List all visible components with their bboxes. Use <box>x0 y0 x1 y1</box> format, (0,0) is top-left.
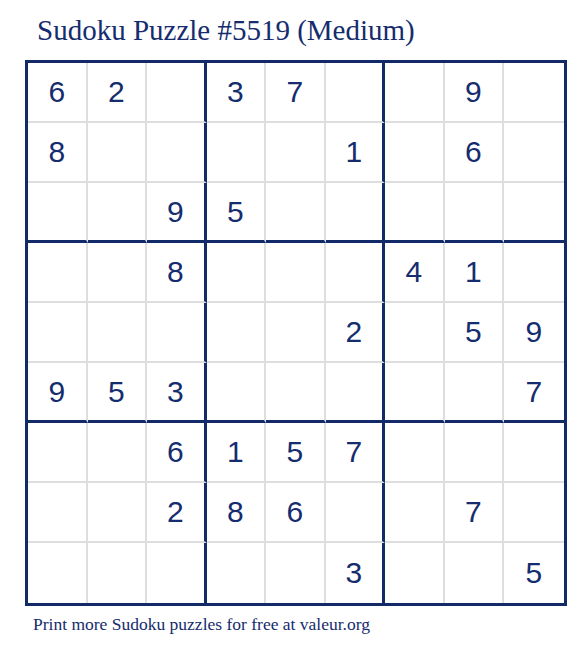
sudoku-cell-empty <box>88 123 148 183</box>
sudoku-cell-empty <box>385 363 445 423</box>
sudoku-cell-given: 1 <box>326 123 386 183</box>
sudoku-cell-given: 8 <box>147 243 207 303</box>
sudoku-cell-empty <box>207 303 267 363</box>
sudoku-cell-given: 2 <box>147 483 207 543</box>
sudoku-cell-empty <box>504 423 564 483</box>
sudoku-cell-empty <box>28 543 88 603</box>
sudoku-cell-empty <box>445 543 505 603</box>
sudoku-cell-empty <box>28 183 88 243</box>
sudoku-cell-empty <box>266 363 326 423</box>
sudoku-cell-given: 9 <box>147 183 207 243</box>
sudoku-cell-given: 6 <box>266 483 326 543</box>
sudoku-cell-empty <box>445 183 505 243</box>
sudoku-cell-empty <box>385 183 445 243</box>
sudoku-cell-empty <box>88 243 148 303</box>
sudoku-page: Sudoku Puzzle #5519 (Medium) 62379816958… <box>0 0 574 651</box>
sudoku-board: 623798169584125995376157286735 <box>25 60 567 606</box>
sudoku-cell-given: 8 <box>207 483 267 543</box>
sudoku-cell-empty <box>266 123 326 183</box>
sudoku-cell-given: 9 <box>28 363 88 423</box>
sudoku-cell-given: 2 <box>326 303 386 363</box>
sudoku-cell-empty <box>147 123 207 183</box>
sudoku-cell-given: 3 <box>207 63 267 123</box>
sudoku-cell-given: 3 <box>326 543 386 603</box>
sudoku-cell-given: 4 <box>385 243 445 303</box>
sudoku-cell-empty <box>207 243 267 303</box>
page-title: Sudoku Puzzle #5519 (Medium) <box>37 13 415 48</box>
sudoku-cell-empty <box>28 423 88 483</box>
sudoku-cell-empty <box>28 303 88 363</box>
sudoku-cell-empty <box>88 183 148 243</box>
sudoku-cell-given: 7 <box>445 483 505 543</box>
sudoku-cell-given: 6 <box>28 63 88 123</box>
sudoku-cell-empty <box>326 183 386 243</box>
footer-text: Print more Sudoku puzzles for free at va… <box>33 614 370 635</box>
sudoku-cell-given: 7 <box>504 363 564 423</box>
sudoku-cell-given: 5 <box>88 363 148 423</box>
sudoku-cell-empty <box>504 483 564 543</box>
sudoku-cell-empty <box>266 543 326 603</box>
sudoku-cell-empty <box>147 303 207 363</box>
sudoku-cell-given: 6 <box>445 123 505 183</box>
sudoku-cell-empty <box>266 303 326 363</box>
sudoku-cell-given: 5 <box>504 543 564 603</box>
sudoku-cell-given: 3 <box>147 363 207 423</box>
sudoku-cell-empty <box>326 363 386 423</box>
sudoku-cell-empty <box>385 303 445 363</box>
sudoku-cell-empty <box>88 303 148 363</box>
sudoku-cell-empty <box>385 123 445 183</box>
sudoku-cell-empty <box>147 543 207 603</box>
sudoku-cell-given: 7 <box>266 63 326 123</box>
sudoku-cell-given: 1 <box>207 423 267 483</box>
sudoku-cell-empty <box>88 543 148 603</box>
sudoku-cell-empty <box>385 423 445 483</box>
sudoku-cell-empty <box>445 423 505 483</box>
sudoku-cell-empty <box>385 483 445 543</box>
sudoku-cell-empty <box>28 243 88 303</box>
sudoku-cell-empty <box>504 123 564 183</box>
sudoku-cell-empty <box>88 423 148 483</box>
sudoku-cell-empty <box>207 543 267 603</box>
sudoku-cell-empty <box>504 183 564 243</box>
sudoku-cell-empty <box>385 63 445 123</box>
sudoku-cell-empty <box>88 483 148 543</box>
sudoku-cell-given: 5 <box>445 303 505 363</box>
sudoku-cell-given: 2 <box>88 63 148 123</box>
sudoku-cell-empty <box>207 363 267 423</box>
sudoku-cell-given: 9 <box>504 303 564 363</box>
sudoku-cell-empty <box>504 63 564 123</box>
sudoku-cell-empty <box>266 243 326 303</box>
sudoku-cell-empty <box>28 483 88 543</box>
sudoku-cell-given: 9 <box>445 63 505 123</box>
sudoku-cell-empty <box>445 363 505 423</box>
sudoku-cell-given: 5 <box>207 183 267 243</box>
sudoku-cell-given: 8 <box>28 123 88 183</box>
sudoku-cell-empty <box>147 63 207 123</box>
sudoku-cell-empty <box>326 243 386 303</box>
sudoku-cell-given: 5 <box>266 423 326 483</box>
sudoku-cell-empty <box>326 63 386 123</box>
sudoku-cell-empty <box>504 243 564 303</box>
sudoku-cell-empty <box>326 483 386 543</box>
sudoku-cell-given: 6 <box>147 423 207 483</box>
sudoku-cell-empty <box>385 543 445 603</box>
sudoku-cell-given: 1 <box>445 243 505 303</box>
sudoku-cell-empty <box>207 123 267 183</box>
sudoku-cell-given: 7 <box>326 423 386 483</box>
sudoku-cell-empty <box>266 183 326 243</box>
